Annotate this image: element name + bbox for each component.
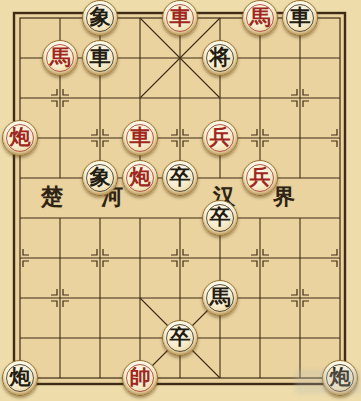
point-7-8[interactable] [280, 318, 320, 358]
piece-glyph: 将 [210, 47, 231, 68]
point-8-4[interactable] [320, 158, 360, 198]
point-5-2[interactable] [200, 78, 240, 118]
point-4-2[interactable] [160, 78, 200, 118]
piece-glyph: 車 [90, 47, 111, 68]
point-1-4[interactable] [40, 158, 80, 198]
point-6-6[interactable] [240, 238, 280, 278]
point-8-7[interactable] [320, 278, 360, 318]
point-2-1[interactable]: 車 [80, 38, 120, 78]
point-6-4[interactable]: 兵 [240, 158, 280, 198]
piece-glyph: 馬 [250, 7, 271, 28]
point-5-7[interactable]: 馬 [200, 278, 240, 318]
point-8-8[interactable] [320, 318, 360, 358]
point-3-7[interactable] [120, 278, 160, 318]
piece-red-soldier[interactable]: 兵 [242, 160, 278, 196]
point-3-2[interactable] [120, 78, 160, 118]
point-4-1[interactable] [160, 38, 200, 78]
point-6-2[interactable] [240, 78, 280, 118]
point-1-7[interactable] [40, 278, 80, 318]
point-0-0[interactable] [0, 0, 40, 38]
point-8-6[interactable] [320, 238, 360, 278]
point-8-3[interactable] [320, 118, 360, 158]
piece-red-cannon[interactable]: 炮 [2, 120, 38, 156]
piece-black-soldier[interactable]: 卒 [162, 320, 198, 356]
piece-glyph: 炮 [130, 167, 151, 188]
piece-glyph: 車 [290, 7, 311, 28]
point-4-5[interactable] [160, 198, 200, 238]
piece-glyph: 兵 [210, 127, 231, 148]
point-3-6[interactable] [120, 238, 160, 278]
point-3-8[interactable] [120, 318, 160, 358]
piece-glyph: 兵 [250, 167, 271, 188]
point-0-3[interactable]: 炮 [0, 118, 40, 158]
piece-black-elephant[interactable]: 象 [82, 0, 118, 36]
watermark-smudge [295, 370, 361, 394]
point-3-5[interactable] [120, 198, 160, 238]
piece-glyph: 炮 [10, 127, 31, 148]
point-6-0[interactable]: 馬 [240, 0, 280, 38]
point-3-3[interactable]: 車 [120, 118, 160, 158]
point-7-3[interactable] [280, 118, 320, 158]
piece-glyph: 馬 [50, 47, 71, 68]
point-0-4[interactable] [0, 158, 40, 198]
piece-black-horse[interactable]: 馬 [202, 280, 238, 316]
point-0-8[interactable] [0, 318, 40, 358]
point-7-1[interactable] [280, 38, 320, 78]
piece-black-soldier[interactable]: 卒 [202, 200, 238, 236]
piece-black-soldier[interactable]: 卒 [162, 160, 198, 196]
point-2-6[interactable] [80, 238, 120, 278]
point-2-5[interactable] [80, 198, 120, 238]
point-2-3[interactable] [80, 118, 120, 158]
point-5-5[interactable]: 卒 [200, 198, 240, 238]
point-6-1[interactable] [240, 38, 280, 78]
point-0-9[interactable]: 炮 [0, 358, 40, 398]
point-4-4[interactable]: 卒 [160, 158, 200, 198]
point-0-1[interactable] [0, 38, 40, 78]
piece-glyph: 象 [90, 167, 111, 188]
point-0-7[interactable] [0, 278, 40, 318]
point-2-8[interactable] [80, 318, 120, 358]
point-2-9[interactable] [80, 358, 120, 398]
point-7-6[interactable] [280, 238, 320, 278]
point-1-1[interactable]: 馬 [40, 38, 80, 78]
point-7-2[interactable] [280, 78, 320, 118]
piece-glyph: 象 [90, 7, 111, 28]
point-3-1[interactable] [120, 38, 160, 78]
point-5-9[interactable] [200, 358, 240, 398]
piece-glyph: 卒 [210, 207, 231, 228]
point-5-8[interactable] [200, 318, 240, 358]
point-7-5[interactable] [280, 198, 320, 238]
point-4-6[interactable] [160, 238, 200, 278]
piece-glyph: 卒 [170, 167, 191, 188]
point-5-4[interactable] [200, 158, 240, 198]
piece-black-general[interactable]: 将 [202, 40, 238, 76]
point-7-0[interactable]: 車 [280, 0, 320, 38]
piece-red-cannon[interactable]: 炮 [122, 160, 158, 196]
point-0-6[interactable] [0, 238, 40, 278]
point-8-2[interactable] [320, 78, 360, 118]
point-3-0[interactable] [120, 0, 160, 38]
xiangqi-board: 象車馬車馬車将炮車兵象炮卒兵卒馬卒炮帥炮 [0, 0, 360, 398]
piece-glyph: 馬 [210, 287, 231, 308]
point-5-1[interactable]: 将 [200, 38, 240, 78]
piece-glyph: 炮 [10, 367, 31, 388]
piece-glyph: 卒 [170, 327, 191, 348]
piece-red-soldier[interactable]: 兵 [202, 120, 238, 156]
point-0-2[interactable] [0, 78, 40, 118]
point-1-2[interactable] [40, 78, 80, 118]
piece-red-general[interactable]: 帥 [122, 360, 158, 396]
point-2-4[interactable]: 象 [80, 158, 120, 198]
point-6-3[interactable] [240, 118, 280, 158]
point-6-5[interactable] [240, 198, 280, 238]
point-1-6[interactable] [40, 238, 80, 278]
piece-glyph: 車 [170, 7, 191, 28]
point-3-4[interactable]: 炮 [120, 158, 160, 198]
point-5-6[interactable] [200, 238, 240, 278]
point-3-9[interactable]: 帥 [120, 358, 160, 398]
point-1-5[interactable] [40, 198, 80, 238]
point-1-0[interactable] [40, 0, 80, 38]
piece-black-cannon[interactable]: 炮 [2, 360, 38, 396]
point-4-0[interactable]: 車 [160, 0, 200, 38]
point-6-7[interactable] [240, 278, 280, 318]
piece-black-chariot[interactable]: 車 [82, 40, 118, 76]
point-8-0[interactable] [320, 0, 360, 38]
point-5-0[interactable] [200, 0, 240, 38]
point-8-1[interactable] [320, 38, 360, 78]
point-2-2[interactable] [80, 78, 120, 118]
point-7-7[interactable] [280, 278, 320, 318]
point-2-7[interactable] [80, 278, 120, 318]
point-1-9[interactable] [40, 358, 80, 398]
piece-red-horse[interactable]: 馬 [242, 0, 278, 36]
point-4-3[interactable] [160, 118, 200, 158]
piece-glyph: 車 [130, 127, 151, 148]
point-7-4[interactable] [280, 158, 320, 198]
xiangqi-app: 楚河 汉界 象車馬車馬車将炮車兵象炮卒兵卒馬卒炮帥炮 [0, 0, 361, 401]
piece-black-chariot[interactable]: 車 [282, 0, 318, 36]
point-1-3[interactable] [40, 118, 80, 158]
point-1-8[interactable] [40, 318, 80, 358]
piece-red-chariot[interactable]: 車 [162, 0, 198, 36]
point-8-5[interactable] [320, 198, 360, 238]
piece-red-chariot[interactable]: 車 [122, 120, 158, 156]
piece-glyph: 帥 [130, 367, 151, 388]
point-2-0[interactable]: 象 [80, 0, 120, 38]
point-0-5[interactable] [0, 198, 40, 238]
point-4-7[interactable] [160, 278, 200, 318]
point-4-9[interactable] [160, 358, 200, 398]
point-6-9[interactable] [240, 358, 280, 398]
piece-black-elephant[interactable]: 象 [82, 160, 118, 196]
piece-red-horse[interactable]: 馬 [42, 40, 78, 76]
point-5-3[interactable]: 兵 [200, 118, 240, 158]
point-6-8[interactable] [240, 318, 280, 358]
point-4-8[interactable]: 卒 [160, 318, 200, 358]
